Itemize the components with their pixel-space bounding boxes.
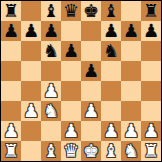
square-e8[interactable]: ♚ — [81, 1, 101, 21]
square-h7[interactable]: ♟ — [141, 21, 161, 41]
square-g2[interactable]: ♟ — [121, 121, 141, 141]
square-f6[interactable]: ♞ — [101, 41, 121, 61]
square-c7[interactable]: ♟ — [41, 21, 61, 41]
square-e3[interactable]: ♟ — [81, 101, 101, 121]
chess-board: ♜♝♛♚♝♜♟♟♟♟♟♟♞♟♞♟♟♟♞♟♟♟♟♟♟♜♝♛♚♝♞♜ — [1, 1, 161, 161]
square-h2[interactable]: ♟ — [141, 121, 161, 141]
black-knight-piece: ♞ — [43, 41, 59, 61]
square-f8[interactable]: ♝ — [101, 1, 121, 21]
square-a5[interactable] — [1, 61, 21, 81]
white-pawn-piece: ♟ — [83, 101, 99, 121]
square-f3[interactable] — [101, 101, 121, 121]
chess-board-frame: ♜♝♛♚♝♜♟♟♟♟♟♟♞♟♞♟♟♟♞♟♟♟♟♟♟♜♝♛♚♝♞♜ — [0, 0, 162, 162]
square-b8[interactable] — [21, 1, 41, 21]
square-b7[interactable]: ♟ — [21, 21, 41, 41]
white-knight-piece: ♞ — [43, 101, 59, 121]
square-d3[interactable] — [61, 101, 81, 121]
black-queen-piece: ♛ — [63, 1, 79, 21]
square-d8[interactable]: ♛ — [61, 1, 81, 21]
square-d4[interactable] — [61, 81, 81, 101]
white-pawn-piece: ♟ — [3, 121, 19, 141]
square-h3[interactable] — [141, 101, 161, 121]
white-bishop-piece: ♝ — [103, 141, 119, 161]
square-b3[interactable]: ♟ — [21, 101, 41, 121]
square-c2[interactable] — [41, 121, 61, 141]
black-rook-piece: ♜ — [3, 1, 19, 21]
square-e5[interactable]: ♟ — [81, 61, 101, 81]
square-h6[interactable] — [141, 41, 161, 61]
white-bishop-piece: ♝ — [43, 141, 59, 161]
black-pawn-piece: ♟ — [83, 61, 99, 81]
square-b5[interactable] — [21, 61, 41, 81]
white-king-piece: ♚ — [83, 141, 99, 161]
square-d6[interactable]: ♟ — [61, 41, 81, 61]
white-pawn-piece: ♟ — [63, 121, 79, 141]
square-e2[interactable] — [81, 121, 101, 141]
square-g8[interactable] — [121, 1, 141, 21]
square-g1[interactable]: ♞ — [121, 141, 141, 161]
square-d1[interactable]: ♛ — [61, 141, 81, 161]
square-f2[interactable]: ♟ — [101, 121, 121, 141]
square-a8[interactable]: ♜ — [1, 1, 21, 21]
square-e6[interactable] — [81, 41, 101, 61]
black-king-piece: ♚ — [83, 1, 99, 21]
square-a2[interactable]: ♟ — [1, 121, 21, 141]
white-knight-piece: ♞ — [123, 141, 139, 161]
square-c8[interactable]: ♝ — [41, 1, 61, 21]
white-pawn-piece: ♟ — [103, 121, 119, 141]
square-g3[interactable] — [121, 101, 141, 121]
white-queen-piece: ♛ — [63, 141, 79, 161]
black-bishop-piece: ♝ — [43, 1, 59, 21]
square-a6[interactable] — [1, 41, 21, 61]
black-rook-piece: ♜ — [143, 1, 159, 21]
square-b6[interactable] — [21, 41, 41, 61]
square-c6[interactable]: ♞ — [41, 41, 61, 61]
square-d5[interactable] — [61, 61, 81, 81]
black-pawn-piece: ♟ — [123, 21, 139, 41]
square-d2[interactable]: ♟ — [61, 121, 81, 141]
square-b1[interactable] — [21, 141, 41, 161]
square-c5[interactable] — [41, 61, 61, 81]
square-a7[interactable]: ♟ — [1, 21, 21, 41]
square-c4[interactable]: ♟ — [41, 81, 61, 101]
black-pawn-piece: ♟ — [103, 21, 119, 41]
square-b2[interactable] — [21, 121, 41, 141]
square-b4[interactable] — [21, 81, 41, 101]
square-f1[interactable]: ♝ — [101, 141, 121, 161]
black-knight-piece: ♞ — [103, 41, 119, 61]
black-bishop-piece: ♝ — [103, 1, 119, 21]
square-h5[interactable] — [141, 61, 161, 81]
square-g6[interactable] — [121, 41, 141, 61]
black-pawn-piece: ♟ — [43, 21, 59, 41]
square-e7[interactable] — [81, 21, 101, 41]
white-pawn-piece: ♟ — [143, 121, 159, 141]
square-h8[interactable]: ♜ — [141, 1, 161, 21]
square-a3[interactable] — [1, 101, 21, 121]
square-f7[interactable]: ♟ — [101, 21, 121, 41]
square-g7[interactable]: ♟ — [121, 21, 141, 41]
square-h1[interactable]: ♜ — [141, 141, 161, 161]
square-f4[interactable] — [101, 81, 121, 101]
square-f5[interactable] — [101, 61, 121, 81]
square-g5[interactable] — [121, 61, 141, 81]
black-pawn-piece: ♟ — [3, 21, 19, 41]
black-pawn-piece: ♟ — [63, 41, 79, 61]
black-pawn-piece: ♟ — [143, 21, 159, 41]
square-g4[interactable] — [121, 81, 141, 101]
square-c3[interactable]: ♞ — [41, 101, 61, 121]
white-rook-piece: ♜ — [3, 141, 19, 161]
square-a1[interactable]: ♜ — [1, 141, 21, 161]
square-c1[interactable]: ♝ — [41, 141, 61, 161]
square-a4[interactable] — [1, 81, 21, 101]
white-pawn-piece: ♟ — [23, 101, 39, 121]
white-rook-piece: ♜ — [143, 141, 159, 161]
square-e1[interactable]: ♚ — [81, 141, 101, 161]
white-pawn-piece: ♟ — [123, 121, 139, 141]
square-e4[interactable] — [81, 81, 101, 101]
square-d7[interactable] — [61, 21, 81, 41]
square-h4[interactable] — [141, 81, 161, 101]
black-pawn-piece: ♟ — [23, 21, 39, 41]
white-pawn-piece: ♟ — [43, 81, 59, 101]
